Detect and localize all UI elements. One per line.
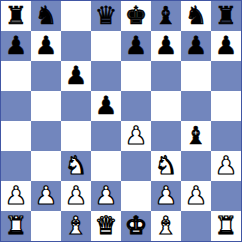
- square-c7[interactable]: [61, 31, 91, 61]
- square-g1[interactable]: [181, 211, 211, 241]
- black-knight[interactable]: ♞: [35, 3, 57, 28]
- black-pawn[interactable]: ♟: [155, 33, 177, 58]
- square-g6[interactable]: [181, 61, 211, 91]
- black-pawn[interactable]: ♟: [65, 63, 87, 88]
- square-d5[interactable]: ♟: [91, 91, 121, 121]
- square-h5[interactable]: [211, 91, 241, 121]
- white-knight[interactable]: ♞: [65, 153, 87, 178]
- square-e5[interactable]: [121, 91, 151, 121]
- square-h2[interactable]: [211, 181, 241, 211]
- square-f3[interactable]: ♞: [151, 151, 181, 181]
- white-queen[interactable]: ♛: [95, 213, 117, 238]
- square-f5[interactable]: [151, 91, 181, 121]
- square-c2[interactable]: ♟: [61, 181, 91, 211]
- square-b7[interactable]: ♟: [31, 31, 61, 61]
- square-g4[interactable]: ♝: [181, 121, 211, 151]
- white-knight[interactable]: ♞: [155, 153, 177, 178]
- square-a2[interactable]: ♟: [1, 181, 31, 211]
- square-a4[interactable]: [1, 121, 31, 151]
- square-d3[interactable]: [91, 151, 121, 181]
- white-pawn[interactable]: ♟: [215, 153, 237, 178]
- square-e2[interactable]: [121, 181, 151, 211]
- square-a5[interactable]: [1, 91, 31, 121]
- square-e8[interactable]: ♚: [121, 1, 151, 31]
- black-pawn[interactable]: ♟: [95, 93, 117, 118]
- square-g8[interactable]: ♞: [181, 1, 211, 31]
- white-pawn[interactable]: ♟: [5, 183, 27, 208]
- white-pawn[interactable]: ♟: [185, 183, 207, 208]
- square-a6[interactable]: [1, 61, 31, 91]
- black-pawn[interactable]: ♟: [35, 33, 57, 58]
- square-e7[interactable]: ♟: [121, 31, 151, 61]
- square-b2[interactable]: ♟: [31, 181, 61, 211]
- square-g7[interactable]: ♟: [181, 31, 211, 61]
- square-f1[interactable]: ♝: [151, 211, 181, 241]
- square-h7[interactable]: ♟: [211, 31, 241, 61]
- square-b6[interactable]: [31, 61, 61, 91]
- square-e1[interactable]: ♚: [121, 211, 151, 241]
- white-pawn[interactable]: ♟: [155, 183, 177, 208]
- square-g2[interactable]: ♟: [181, 181, 211, 211]
- white-pawn[interactable]: ♟: [65, 183, 87, 208]
- square-c6[interactable]: ♟: [61, 61, 91, 91]
- square-d6[interactable]: [91, 61, 121, 91]
- black-knight[interactable]: ♞: [185, 3, 207, 28]
- black-queen[interactable]: ♛: [95, 3, 117, 28]
- square-h6[interactable]: [211, 61, 241, 91]
- square-d7[interactable]: [91, 31, 121, 61]
- square-b1[interactable]: [31, 211, 61, 241]
- square-g3[interactable]: [181, 151, 211, 181]
- square-e3[interactable]: [121, 151, 151, 181]
- square-d8[interactable]: ♛: [91, 1, 121, 31]
- square-d4[interactable]: [91, 121, 121, 151]
- black-bishop[interactable]: ♝: [155, 3, 177, 28]
- white-pawn[interactable]: ♟: [125, 123, 147, 148]
- square-f7[interactable]: ♟: [151, 31, 181, 61]
- square-a8[interactable]: ♜: [1, 1, 31, 31]
- square-c1[interactable]: ♝: [61, 211, 91, 241]
- square-f6[interactable]: [151, 61, 181, 91]
- white-bishop[interactable]: ♝: [65, 213, 87, 238]
- black-pawn[interactable]: ♟: [5, 33, 27, 58]
- black-bishop[interactable]: ♝: [185, 123, 207, 148]
- square-b5[interactable]: [31, 91, 61, 121]
- square-a3[interactable]: [1, 151, 31, 181]
- square-a1[interactable]: ♜: [1, 211, 31, 241]
- square-c4[interactable]: [61, 121, 91, 151]
- black-pawn[interactable]: ♟: [185, 33, 207, 58]
- square-a7[interactable]: ♟: [1, 31, 31, 61]
- square-e6[interactable]: [121, 61, 151, 91]
- black-rook[interactable]: ♜: [5, 3, 27, 28]
- black-rook[interactable]: ♜: [215, 3, 237, 28]
- square-b4[interactable]: [31, 121, 61, 151]
- square-c3[interactable]: ♞: [61, 151, 91, 181]
- square-h3[interactable]: ♟: [211, 151, 241, 181]
- square-f2[interactable]: ♟: [151, 181, 181, 211]
- square-b8[interactable]: ♞: [31, 1, 61, 31]
- square-b3[interactable]: [31, 151, 61, 181]
- white-king[interactable]: ♚: [125, 213, 147, 238]
- white-bishop[interactable]: ♝: [155, 213, 177, 238]
- square-d2[interactable]: ♟: [91, 181, 121, 211]
- square-f4[interactable]: [151, 121, 181, 151]
- white-pawn[interactable]: ♟: [35, 183, 57, 208]
- square-d1[interactable]: ♛: [91, 211, 121, 241]
- white-rook[interactable]: ♜: [215, 213, 237, 238]
- square-h1[interactable]: ♜: [211, 211, 241, 241]
- square-g5[interactable]: [181, 91, 211, 121]
- black-pawn[interactable]: ♟: [125, 33, 147, 58]
- square-e4[interactable]: ♟: [121, 121, 151, 151]
- white-pawn[interactable]: ♟: [95, 183, 117, 208]
- square-c8[interactable]: [61, 1, 91, 31]
- black-pawn[interactable]: ♟: [215, 33, 237, 58]
- square-h8[interactable]: ♜: [211, 1, 241, 31]
- black-king[interactable]: ♚: [125, 3, 147, 28]
- white-rook[interactable]: ♜: [5, 213, 27, 238]
- square-f8[interactable]: ♝: [151, 1, 181, 31]
- square-h4[interactable]: [211, 121, 241, 151]
- chess-board: ♜♞♛♚♝♞♜♟♟♟♟♟♟♟♟♟♝♞♞♟♟♟♟♟♟♟♜♝♛♚♝♜: [0, 0, 242, 242]
- square-c5[interactable]: [61, 91, 91, 121]
